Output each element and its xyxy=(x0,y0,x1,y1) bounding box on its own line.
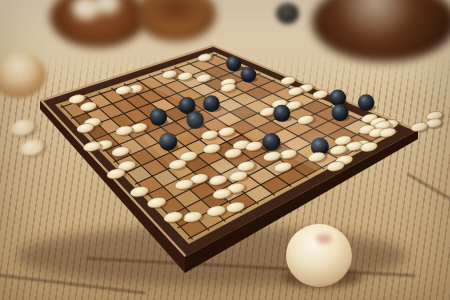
black-stone xyxy=(179,97,196,114)
black-stone xyxy=(226,56,241,71)
go-board xyxy=(0,0,450,300)
cream-stone-sphere xyxy=(286,224,352,287)
black-stone xyxy=(241,67,257,83)
black-stone xyxy=(273,105,290,122)
black-stone xyxy=(358,94,375,111)
black-stone xyxy=(330,90,347,107)
sphere-marking xyxy=(316,234,332,244)
photo-scene xyxy=(0,0,450,300)
black-stone xyxy=(150,108,167,125)
black-stone xyxy=(332,104,349,121)
